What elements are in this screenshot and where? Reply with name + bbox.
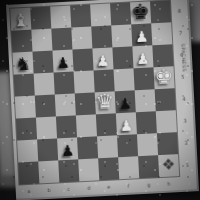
- square-a3[interactable]: [16, 118, 37, 141]
- square-b1[interactable]: [38, 160, 59, 183]
- square-d3[interactable]: [76, 114, 97, 137]
- square-d4[interactable]: [75, 92, 96, 115]
- piece-black-pawn-c6[interactable]: ♟: [56, 56, 70, 72]
- square-b3[interactable]: [36, 116, 57, 139]
- square-c5[interactable]: [54, 71, 75, 94]
- square-c4[interactable]: [55, 93, 76, 116]
- square-c3[interactable]: [56, 115, 77, 138]
- square-c8[interactable]: [50, 6, 71, 29]
- square-f8[interactable]: [110, 2, 131, 25]
- square-a1[interactable]: [18, 161, 39, 184]
- square-d6[interactable]: [72, 48, 93, 71]
- file-label-f: f: [120, 180, 138, 191]
- square-e2[interactable]: [97, 135, 118, 158]
- square-e4[interactable]: ♛: [95, 91, 116, 114]
- piece-white-king-h5[interactable]: ♚: [154, 66, 174, 88]
- square-c6[interactable]: ♟: [52, 50, 73, 73]
- square-h5[interactable]: ♚: [153, 66, 174, 89]
- square-g4[interactable]: [135, 89, 156, 112]
- square-b5[interactable]: [34, 73, 55, 96]
- square-d5[interactable]: [74, 70, 95, 93]
- file-label-h: h: [160, 178, 178, 189]
- file-label-d: d: [80, 182, 98, 193]
- piece-white-queen-e4[interactable]: ♛: [95, 91, 115, 113]
- brand-emblem-icon: ❖: [162, 157, 176, 173]
- square-d2[interactable]: [77, 136, 98, 159]
- square-h7[interactable]: [151, 22, 172, 45]
- square-h4[interactable]: [155, 88, 176, 111]
- square-b8[interactable]: [30, 7, 51, 30]
- chessboard: ♝♚♟♞♟♟♟♚♛♟♟♟❖ abcdefgh 12345678 SPACHESS: [6, 0, 199, 200]
- square-f5[interactable]: [114, 68, 135, 91]
- piece-white-pawn-f3[interactable]: ♟: [119, 118, 133, 134]
- square-b4[interactable]: [35, 94, 56, 117]
- file-label-b: b: [40, 184, 58, 195]
- square-f4[interactable]: ♟: [115, 90, 136, 113]
- square-c7[interactable]: [51, 28, 72, 51]
- square-g5[interactable]: [133, 67, 154, 90]
- square-e6[interactable]: ♟: [92, 47, 113, 70]
- square-a5[interactable]: [14, 74, 35, 97]
- rank-label-1: 1: [180, 154, 195, 173]
- file-label-c: c: [60, 183, 78, 194]
- square-g6[interactable]: ♟: [132, 45, 153, 68]
- square-d7[interactable]: [71, 26, 92, 49]
- square-g2[interactable]: [137, 133, 158, 156]
- square-e7[interactable]: [91, 25, 112, 48]
- rank-label-7: 7: [173, 22, 188, 41]
- square-h8[interactable]: [150, 0, 171, 23]
- square-d1[interactable]: [78, 158, 99, 181]
- square-e1[interactable]: [98, 157, 119, 180]
- rank-label-3: 3: [178, 110, 193, 129]
- square-f2[interactable]: [117, 134, 138, 157]
- square-g1[interactable]: [138, 155, 159, 178]
- piece-black-pawn-f4[interactable]: ♟: [118, 96, 132, 112]
- square-f6[interactable]: [112, 46, 133, 69]
- square-c2[interactable]: ♟: [57, 137, 78, 160]
- square-a8[interactable]: ♝: [10, 8, 31, 31]
- piece-white-pawn-e6[interactable]: ♟: [96, 54, 110, 70]
- square-f7[interactable]: [111, 24, 132, 47]
- file-label-e: e: [100, 181, 118, 192]
- piece-white-pawn-g7[interactable]: ♟: [135, 30, 149, 46]
- file-label-a: a: [20, 185, 38, 196]
- square-c1[interactable]: [58, 159, 79, 182]
- square-g3[interactable]: [136, 111, 157, 134]
- square-h3[interactable]: [156, 110, 177, 133]
- piece-black-king-g8[interactable]: ♚: [131, 1, 151, 23]
- square-b2[interactable]: [37, 138, 58, 161]
- piece-black-knight-a6[interactable]: ♞: [15, 55, 32, 74]
- piece-black-pawn-c2[interactable]: ♟: [61, 144, 75, 160]
- square-h1[interactable]: ❖: [158, 154, 179, 177]
- square-d8[interactable]: [70, 5, 91, 28]
- board-grid: ♝♚♟♞♟♟♟♚♛♟♟♟❖: [9, 0, 180, 186]
- square-h2[interactable]: [157, 132, 178, 155]
- piece-white-bishop-a8[interactable]: ♝: [12, 11, 29, 30]
- square-f1[interactable]: [118, 156, 139, 179]
- square-b7[interactable]: [31, 29, 52, 52]
- piece-white-pawn-g6[interactable]: ♟: [136, 51, 150, 67]
- rank-label-2: 2: [179, 132, 194, 151]
- square-a6[interactable]: ♞: [13, 52, 34, 75]
- square-f3[interactable]: ♟: [116, 112, 137, 135]
- square-g8[interactable]: ♚: [130, 1, 151, 24]
- square-a4[interactable]: [15, 96, 36, 119]
- square-a2[interactable]: [17, 139, 38, 162]
- square-g7[interactable]: ♟: [131, 23, 152, 46]
- file-label-g: g: [140, 179, 158, 190]
- square-e3[interactable]: [96, 113, 117, 136]
- square-b6[interactable]: [32, 51, 53, 74]
- square-e8[interactable]: [90, 3, 111, 26]
- rank-label-8: 8: [172, 0, 187, 19]
- square-a7[interactable]: [11, 30, 32, 53]
